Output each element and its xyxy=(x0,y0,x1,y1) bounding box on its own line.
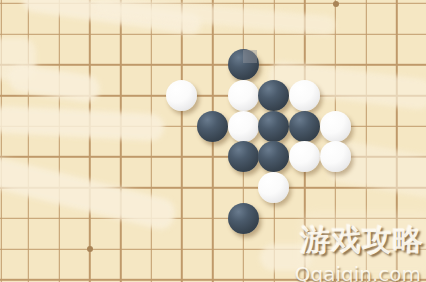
gray-square-artifact xyxy=(243,50,257,63)
stone-white: ● xyxy=(289,141,320,172)
stone-white: ● xyxy=(289,80,320,111)
stone-white: ● xyxy=(228,111,259,142)
stone-black: ● xyxy=(258,141,289,172)
stone-black: ● xyxy=(228,141,259,172)
gomoku-game-screen: ●●●●●●●●●●●●●●●● 游戏攻略 Qqaiqin.com xyxy=(0,0,426,282)
stone-black: ● xyxy=(228,203,259,234)
stone-white: ● xyxy=(258,172,289,203)
board-grid: ●●●●●●●●●●●●●●●● xyxy=(13,0,426,282)
stone-white: ● xyxy=(228,80,259,111)
stone-white: ● xyxy=(320,111,351,142)
stone-black: ● xyxy=(258,80,289,111)
stone-black: ● xyxy=(197,111,228,142)
stone-white: ● xyxy=(320,141,351,172)
stone-black: ● xyxy=(289,111,320,142)
stone-black: ● xyxy=(258,111,289,142)
stone-white: ● xyxy=(166,80,197,111)
